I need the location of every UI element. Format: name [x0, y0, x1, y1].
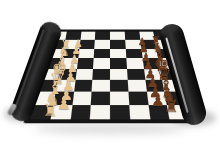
- tube-end-cap: [42, 21, 62, 35]
- board-square: [91, 92, 110, 105]
- board-square: [127, 80, 146, 92]
- board-square: [78, 49, 95, 59]
- board-square: [75, 69, 93, 80]
- board-square: [110, 49, 126, 59]
- board-square: [55, 80, 75, 92]
- board-square: [140, 40, 157, 49]
- board-square: [142, 58, 160, 68]
- board-square: [65, 32, 81, 40]
- board-square: [126, 58, 143, 68]
- board-square: [74, 80, 93, 92]
- board-square: [110, 92, 129, 105]
- board-square: [128, 92, 148, 105]
- board-square: [110, 80, 128, 92]
- board-square: [94, 49, 110, 59]
- board-square: [80, 32, 95, 40]
- board-square: [125, 40, 141, 49]
- board-square: [110, 58, 127, 68]
- board-square: [139, 32, 155, 40]
- board-square: [95, 32, 110, 40]
- tube-end-cap: [159, 23, 179, 36]
- mat-shadow: [34, 123, 186, 134]
- board-square: [127, 69, 145, 80]
- zipper-pull-icon: [7, 103, 17, 115]
- board-square: [124, 32, 139, 40]
- board-square: [141, 49, 158, 59]
- board-square: [53, 92, 74, 105]
- board-square: [110, 32, 125, 40]
- board-square: [110, 69, 127, 80]
- board-square: [145, 80, 165, 92]
- board-square: [129, 105, 150, 119]
- board-square: [90, 105, 110, 119]
- board-square: [92, 80, 110, 92]
- board-square: [77, 58, 94, 68]
- board-square: [63, 40, 80, 49]
- board-square: [58, 69, 77, 80]
- board-square: [93, 69, 110, 80]
- board-square: [60, 58, 78, 68]
- board-square: [110, 40, 126, 49]
- board-square: [94, 40, 110, 49]
- board-square: [144, 69, 163, 80]
- product-photo: ♜♟♟♜♞♟♟♞♝♟♟♝♚♟♟♚♛♟♟♛♝♟♟♝♞♟♟♞♜♟♟♜: [0, 0, 220, 158]
- board-square: [110, 105, 130, 119]
- board-square: [72, 92, 92, 105]
- board-square: [50, 105, 72, 119]
- board-square: [93, 58, 110, 68]
- board-square: [79, 40, 95, 49]
- board-square: [62, 49, 79, 59]
- board-square: [126, 49, 143, 59]
- board-square: [146, 92, 167, 105]
- board-square: [70, 105, 91, 119]
